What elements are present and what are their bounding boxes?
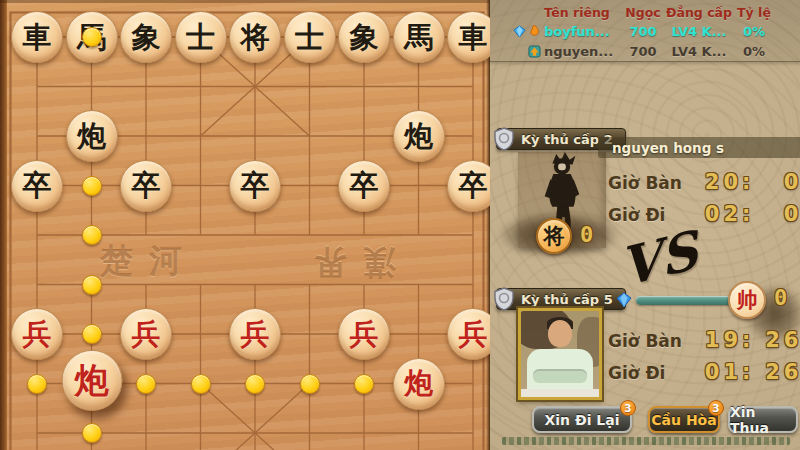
info-panel: Tên riêng Ngọc Đẳng cấp Tỷ lệ boyfun...7…: [490, 0, 800, 450]
game-screen: 楚河 漢界 車馬象士将士象馬車炮炮卒卒卒卒卒兵兵兵兵兵炮炮車馬相仕帅仕相馬車 T…: [0, 0, 800, 450]
column-header-name: Tên riêng: [544, 5, 620, 20]
ranking-table: Tên riêng Ngọc Đẳng cấp Tỷ lệ boyfun...7…: [500, 3, 792, 61]
piece-glyph: 将: [241, 23, 270, 52]
ranking-row-boyfun[interactable]: boyfun...700LV4 K...0%: [500, 21, 792, 41]
ranking-row-icons: [500, 25, 544, 38]
piece-glyph: 炮: [404, 122, 433, 151]
player-name: nguyen...: [544, 44, 620, 59]
column-header-rate: Tỷ lệ: [732, 5, 776, 20]
black-general-glyph: 将: [544, 226, 565, 247]
piece-glyph: 兵: [459, 320, 488, 349]
clock-colon: :: [742, 328, 750, 352]
draw-offer-button[interactable]: Cầu Hòa3: [648, 406, 720, 433]
rank-up-icon: [528, 45, 541, 58]
clock-seconds: 0: [750, 170, 800, 194]
player-photo: [518, 308, 602, 400]
game-clock-value: 20 : 0: [686, 170, 800, 194]
board-intersections: 車馬象士将士象馬車炮炮卒卒卒卒卒兵兵兵兵兵炮炮車馬相仕帅仕相馬車: [10, 12, 490, 450]
opponent-score: 0: [580, 222, 593, 247]
piece-black-将[interactable]: 将: [229, 11, 281, 63]
clock-colon: :: [742, 360, 750, 384]
photo-face: [548, 320, 572, 347]
piece-red-炮-selected[interactable]: 炮: [61, 349, 122, 410]
xiangqi-board[interactable]: 楚河 漢界 車馬象士将士象馬車炮炮卒卒卒卒卒兵兵兵兵兵炮炮車馬相仕帅仕相馬車: [0, 0, 490, 450]
red-general-glyph: 帅: [737, 290, 758, 311]
piece-black-炮[interactable]: 炮: [393, 110, 445, 162]
game-clock-value: 19 : 26: [686, 328, 800, 352]
piece-glyph: 馬: [404, 23, 433, 52]
opponent-move-clock: Giờ Đi 02 : 0: [608, 202, 800, 226]
clock-minutes: 01: [686, 360, 742, 384]
piece-glyph: 象: [350, 23, 379, 52]
piece-glyph: 兵: [350, 320, 379, 349]
board-edge-top: [0, 0, 490, 3]
piece-black-卒[interactable]: 卒: [338, 160, 390, 212]
move-clock-label: Giờ Đi: [608, 363, 686, 383]
capture-hint-dot[interactable]: [82, 27, 102, 47]
piece-glyph: 卒: [241, 171, 270, 200]
player-rank-label: Kỳ thủ cấp 5: [521, 292, 613, 307]
column-header-level: Đẳng cấp: [666, 5, 732, 20]
player-score: 0: [774, 285, 787, 310]
shield-icon: [493, 287, 515, 314]
photo-border: [521, 389, 599, 397]
piece-black-車[interactable]: 車: [447, 11, 490, 63]
piece-glyph: 卒: [132, 171, 161, 200]
ranking-header: Tên riêng Ngọc Đẳng cấp Tỷ lệ: [500, 3, 792, 21]
piece-black-馬[interactable]: 馬: [393, 11, 445, 63]
piece-glyph: 卒: [350, 171, 379, 200]
piece-glyph: 卒: [23, 171, 52, 200]
player-move-clock: Giờ Đi 01 : 26: [608, 360, 800, 384]
piece-black-象[interactable]: 象: [120, 11, 172, 63]
ranking-row-nguyen[interactable]: nguyen...700LV4 K...0%: [500, 41, 792, 61]
move-hint-dot[interactable]: [245, 374, 265, 394]
opponent-game-clock: Giờ Bàn 20 : 0: [608, 170, 800, 194]
piece-red-兵[interactable]: 兵: [229, 308, 281, 360]
clock-colon: :: [742, 170, 750, 194]
piece-glyph: 象: [132, 23, 161, 52]
undo-request-button[interactable]: Xin Đi Lại3: [532, 406, 632, 433]
move-hint-dot[interactable]: [82, 275, 102, 295]
clock-minutes: 19: [686, 328, 742, 352]
game-clock-label: Giờ Bàn: [608, 173, 686, 193]
move-hint-dot[interactable]: [82, 423, 102, 443]
move-hint-dot[interactable]: [300, 374, 320, 394]
player-level: LV4 K...: [666, 24, 732, 39]
ranking-rows: boyfun...700LV4 K...0%nguyen...700LV4 K.…: [500, 21, 792, 61]
button-label: Cầu Hòa: [651, 412, 716, 428]
piece-glyph: 炮: [404, 369, 433, 398]
piece-black-象[interactable]: 象: [338, 11, 390, 63]
gem-icon: [513, 25, 526, 38]
move-clock-value: 01 : 26: [686, 360, 800, 384]
piece-black-卒[interactable]: 卒: [120, 160, 172, 212]
piece-red-兵[interactable]: 兵: [338, 308, 390, 360]
move-hint-dot[interactable]: [82, 225, 102, 245]
gem-count: 700: [620, 44, 666, 59]
ranking-row-icons: [500, 45, 544, 58]
clock-seconds: 26: [750, 360, 800, 384]
button-label: Xin Đi Lại: [544, 412, 619, 428]
piece-black-卒[interactable]: 卒: [11, 160, 63, 212]
resign-button[interactable]: Xin Thua: [728, 406, 798, 433]
opponent-name-text: nguyen hong s: [612, 140, 724, 156]
piece-black-卒[interactable]: 卒: [447, 160, 490, 212]
piece-red-兵[interactable]: 兵: [120, 308, 172, 360]
move-hint-dot[interactable]: [27, 374, 47, 394]
photo-arms: [533, 371, 587, 383]
clock-seconds: 26: [750, 328, 800, 352]
exp-progress: [616, 292, 746, 308]
move-hint-dot[interactable]: [354, 374, 374, 394]
piece-red-炮[interactable]: 炮: [393, 358, 445, 410]
win-rate: 0%: [732, 24, 776, 39]
clock-minutes: 02: [686, 202, 742, 226]
red-general-badge: 帅: [728, 281, 766, 319]
piece-glyph: 卒: [459, 171, 488, 200]
gem-icon: [616, 292, 632, 308]
piece-black-士[interactable]: 士: [284, 11, 336, 63]
black-general-badge: 将: [536, 218, 572, 254]
system-ticker: [502, 437, 790, 445]
photo-shirt: [527, 349, 593, 389]
piece-glyph: 炮: [75, 363, 109, 397]
player-name: boyfun...: [544, 24, 620, 39]
move-hint-dot[interactable]: [82, 176, 102, 196]
player-level: LV4 K...: [666, 44, 732, 59]
piece-black-車[interactable]: 車: [11, 11, 63, 63]
piece-glyph: 士: [295, 23, 324, 52]
piece-black-炮[interactable]: 炮: [66, 110, 118, 162]
piece-glyph: 士: [186, 23, 215, 52]
vs-label: VS: [617, 219, 701, 299]
piece-glyph: 兵: [241, 320, 270, 349]
move-hint-dot[interactable]: [191, 374, 211, 394]
move-clock-value: 02 : 0: [686, 202, 800, 226]
flame-icon: [528, 25, 541, 38]
clock-seconds: 0: [750, 202, 800, 226]
piece-red-兵[interactable]: 兵: [447, 308, 490, 360]
piece-glyph: 車: [23, 23, 52, 52]
shield-icon: [493, 127, 515, 154]
clock-minutes: 20: [686, 170, 742, 194]
move-hint-dot[interactable]: [82, 324, 102, 344]
opponent-name: nguyen hong s: [598, 137, 800, 158]
win-rate: 0%: [732, 44, 776, 59]
game-clock-label: Giờ Bàn: [608, 331, 686, 351]
board-edge: [0, 0, 7, 450]
column-header-ngoc: Ngọc: [620, 5, 666, 20]
move-hint-dot[interactable]: [136, 374, 156, 394]
gem-count: 700: [620, 24, 666, 39]
button-label: Xin Thua: [730, 404, 796, 436]
player-game-clock: Giờ Bàn 19 : 26: [608, 328, 800, 352]
piece-glyph: 炮: [77, 122, 106, 151]
piece-glyph: 兵: [23, 320, 52, 349]
piece-black-卒[interactable]: 卒: [229, 160, 281, 212]
button-count-badge: 3: [708, 400, 724, 416]
piece-black-士[interactable]: 士: [175, 11, 227, 63]
clock-colon: :: [742, 202, 750, 226]
piece-red-兵[interactable]: 兵: [11, 308, 63, 360]
button-count-badge: 3: [620, 400, 636, 416]
player-rank-badge: Kỳ thủ cấp 5: [496, 288, 626, 310]
piece-glyph: 車: [459, 23, 488, 52]
piece-glyph: 兵: [132, 320, 161, 349]
